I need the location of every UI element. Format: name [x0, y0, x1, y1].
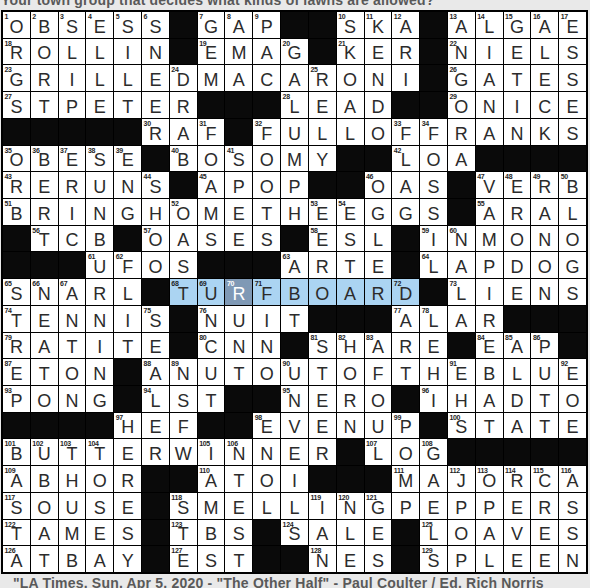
grid-cell[interactable]: N [337, 413, 364, 439]
grid-cell[interactable]: E [504, 546, 531, 572]
grid-cell[interactable]: V [281, 413, 308, 439]
grid-cell[interactable]: G [559, 252, 586, 278]
highlighted-word-cell[interactable]: O [309, 279, 336, 305]
grid-cell[interactable]: U [225, 306, 252, 332]
grid-cell[interactable]: S [253, 226, 280, 252]
grid-cell[interactable]: 74T [3, 306, 30, 332]
grid-cell[interactable]: B [31, 466, 58, 492]
grid-cell[interactable]: I [476, 39, 503, 65]
grid-cell[interactable]: T [225, 359, 252, 385]
grid-cell[interactable]: P [59, 92, 86, 118]
grid-cell[interactable]: N [253, 333, 280, 359]
grid-cell[interactable]: 2B [31, 12, 58, 38]
grid-cell[interactable]: S [114, 520, 141, 546]
grid-cell[interactable]: E [365, 39, 392, 65]
grid-cell[interactable]: R [476, 306, 503, 332]
grid-cell[interactable]: 34F [420, 119, 447, 145]
grid-cell[interactable]: 50B [559, 172, 586, 198]
grid-cell[interactable]: I [281, 466, 308, 492]
grid-cell[interactable]: O [253, 146, 280, 172]
grid-cell[interactable]: S [198, 226, 225, 252]
grid-cell[interactable]: O [531, 252, 558, 278]
grid-cell[interactable]: 58E [309, 226, 336, 252]
grid-cell[interactable]: C [59, 226, 86, 252]
grid-cell[interactable]: 41S [225, 146, 252, 172]
grid-cell[interactable]: 110A [198, 466, 225, 492]
grid-cell[interactable]: A [281, 65, 308, 91]
grid-cell[interactable]: 86P [531, 333, 558, 359]
grid-cell[interactable]: 93P [3, 386, 30, 412]
grid-cell[interactable]: S [170, 252, 197, 278]
grid-cell[interactable]: E [142, 333, 169, 359]
grid-cell[interactable]: 123T [170, 520, 197, 546]
grid-cell[interactable]: H [448, 386, 475, 412]
grid-cell[interactable]: U [86, 172, 113, 198]
highlighted-word-cell[interactable]: A [337, 279, 364, 305]
grid-cell[interactable]: E [504, 39, 531, 65]
grid-cell[interactable]: U [281, 119, 308, 145]
grid-cell[interactable]: 105I [198, 439, 225, 465]
grid-cell[interactable]: D [365, 92, 392, 118]
grid-cell[interactable]: U [59, 493, 86, 519]
grid-cell[interactable]: M [225, 39, 252, 65]
grid-cell[interactable]: O [31, 39, 58, 65]
grid-cell[interactable]: 3S [59, 12, 86, 38]
grid-cell[interactable]: 125L [420, 520, 447, 546]
grid-cell[interactable]: L [559, 199, 586, 225]
grid-cell[interactable]: 82H [337, 333, 364, 359]
grid-cell[interactable]: L [281, 493, 308, 519]
grid-cell[interactable]: 104T [86, 439, 113, 465]
grid-cell[interactable]: M [198, 65, 225, 91]
grid-cell[interactable]: U [365, 413, 392, 439]
grid-cell[interactable]: A [448, 252, 475, 278]
grid-cell[interactable]: T [281, 306, 308, 332]
grid-cell[interactable]: 20G [281, 39, 308, 65]
grid-cell[interactable]: E [559, 92, 586, 118]
grid-cell[interactable]: V [504, 520, 531, 546]
grid-cell[interactable]: 31F [198, 119, 225, 145]
grid-cell[interactable]: 12A [392, 12, 419, 38]
highlighted-word-cell[interactable]: 69U [198, 279, 225, 305]
grid-cell[interactable]: 11K [365, 12, 392, 38]
grid-cell[interactable]: 118S [170, 493, 197, 519]
grid-cell[interactable]: O [448, 520, 475, 546]
grid-cell[interactable]: S [365, 546, 392, 572]
grid-cell[interactable]: 102U [31, 439, 58, 465]
grid-cell[interactable]: 47V [476, 172, 503, 198]
grid-cell[interactable]: 55A [476, 199, 503, 225]
grid-cell[interactable]: 49R [531, 172, 558, 198]
grid-cell[interactable]: U [531, 359, 558, 385]
grid-cell[interactable]: 19E [198, 39, 225, 65]
grid-cell[interactable]: T [309, 359, 336, 385]
grid-cell[interactable]: S [559, 493, 586, 519]
grid-cell[interactable]: H [281, 199, 308, 225]
grid-cell[interactable]: A [225, 65, 252, 91]
grid-cell[interactable]: P [392, 493, 419, 519]
grid-cell[interactable]: T [198, 386, 225, 412]
grid-cell[interactable]: N [531, 226, 558, 252]
grid-cell[interactable]: 89N [170, 359, 197, 385]
grid-cell[interactable]: 52O [170, 199, 197, 225]
grid-cell[interactable]: 63A [281, 252, 308, 278]
grid-cell[interactable]: L [114, 279, 141, 305]
grid-cell[interactable]: S [559, 119, 586, 145]
grid-cell[interactable]: 79R [3, 333, 30, 359]
grid-cell[interactable]: 61U [86, 252, 113, 278]
grid-cell[interactable]: O [142, 252, 169, 278]
grid-cell[interactable]: E [225, 226, 252, 252]
grid-cell[interactable]: A [170, 119, 197, 145]
grid-cell[interactable]: A [476, 520, 503, 546]
grid-cell[interactable]: N [225, 333, 252, 359]
grid-cell[interactable]: I [476, 279, 503, 305]
grid-cell[interactable]: M [198, 199, 225, 225]
grid-cell[interactable]: L [337, 119, 364, 145]
grid-cell[interactable]: A [476, 386, 503, 412]
grid-cell[interactable]: E [225, 199, 252, 225]
grid-cell[interactable]: L [337, 520, 364, 546]
grid-cell[interactable]: 113O [476, 466, 503, 492]
grid-cell[interactable]: 37E [59, 146, 86, 172]
grid-cell[interactable]: 53E [309, 199, 336, 225]
grid-cell[interactable]: 54E [337, 199, 364, 225]
grid-cell[interactable]: R [337, 386, 364, 412]
grid-cell[interactable]: E [504, 493, 531, 519]
grid-cell[interactable]: E [309, 413, 336, 439]
grid-cell[interactable]: E [531, 520, 558, 546]
grid-cell[interactable]: P [448, 546, 475, 572]
grid-cell[interactable]: A [31, 333, 58, 359]
grid-cell[interactable]: 95N [281, 386, 308, 412]
grid-cell[interactable]: 66N [31, 279, 58, 305]
grid-cell[interactable]: E [559, 413, 586, 439]
grid-cell[interactable]: 35O [3, 146, 30, 172]
grid-cell[interactable]: T [253, 199, 280, 225]
grid-cell[interactable]: S [420, 199, 447, 225]
grid-cell[interactable]: 57O [142, 226, 169, 252]
grid-cell[interactable]: 77A [392, 306, 419, 332]
grid-cell[interactable]: A [531, 199, 558, 225]
grid-cell[interactable]: T [59, 333, 86, 359]
grid-cell[interactable]: A [504, 413, 531, 439]
grid-cell[interactable]: F [170, 413, 197, 439]
grid-cell[interactable]: 44S [142, 172, 169, 198]
highlighted-word-cell[interactable]: B [281, 279, 308, 305]
grid-cell[interactable]: S [198, 546, 225, 572]
grid-cell[interactable]: M [281, 146, 308, 172]
grid-cell[interactable]: 126A [3, 546, 30, 572]
grid-cell[interactable]: 30R [142, 119, 169, 145]
grid-cell[interactable]: 9P [253, 12, 280, 38]
grid-cell[interactable]: N [59, 306, 86, 332]
grid-cell[interactable]: 62F [114, 252, 141, 278]
grid-cell[interactable]: 8A [225, 12, 252, 38]
grid-cell[interactable]: O [86, 466, 113, 492]
grid-cell[interactable]: 5S [114, 12, 141, 38]
grid-cell[interactable]: N [142, 39, 169, 65]
grid-cell[interactable]: 22N [448, 39, 475, 65]
grid-cell[interactable]: A [476, 119, 503, 145]
grid-cell[interactable]: A [420, 466, 447, 492]
grid-cell[interactable]: 6S [142, 12, 169, 38]
grid-cell[interactable]: T [114, 333, 141, 359]
grid-cell[interactable]: 36B [31, 146, 58, 172]
grid-cell[interactable]: T [531, 386, 558, 412]
grid-cell[interactable]: 88A [142, 359, 169, 385]
grid-cell[interactable]: G [86, 386, 113, 412]
grid-cell[interactable]: 129S [420, 546, 447, 572]
grid-cell[interactable]: 29O [448, 92, 475, 118]
grid-cell[interactable]: E [142, 92, 169, 118]
grid-cell[interactable]: O [337, 65, 364, 91]
grid-cell[interactable]: 7G [198, 12, 225, 38]
grid-cell[interactable]: 28L [281, 92, 308, 118]
grid-cell[interactable]: 83A [365, 333, 392, 359]
grid-cell[interactable]: E [281, 439, 308, 465]
grid-cell[interactable]: R [142, 439, 169, 465]
grid-cell[interactable]: A [476, 65, 503, 91]
grid-cell[interactable]: R [531, 493, 558, 519]
grid-cell[interactable]: P [225, 172, 252, 198]
grid-cell[interactable]: R [31, 65, 58, 91]
grid-cell[interactable]: 10S [337, 12, 364, 38]
grid-cell[interactable]: E [86, 520, 113, 546]
grid-cell[interactable]: N [59, 386, 86, 412]
grid-cell[interactable]: N [531, 279, 558, 305]
grid-cell[interactable]: N [253, 439, 280, 465]
grid-cell[interactable]: E [142, 65, 169, 91]
grid-cell[interactable]: C [253, 65, 280, 91]
grid-cell[interactable]: O [559, 386, 586, 412]
grid-cell[interactable]: E [504, 279, 531, 305]
grid-cell[interactable]: O [253, 172, 280, 198]
grid-cell[interactable]: I [504, 92, 531, 118]
grid-cell[interactable]: A [309, 520, 336, 546]
grid-cell[interactable]: 17E [559, 12, 586, 38]
highlighted-word-cell[interactable]: 68T [170, 279, 197, 305]
grid-cell[interactable]: S [337, 226, 364, 252]
grid-cell[interactable]: S [559, 65, 586, 91]
grid-cell[interactable]: T [225, 466, 252, 492]
grid-cell[interactable]: 90U [281, 359, 308, 385]
grid-cell[interactable]: 18R [3, 39, 30, 65]
grid-cell[interactable]: 99P [392, 413, 419, 439]
grid-cell[interactable]: A [253, 39, 280, 65]
grid-cell[interactable]: 48E [504, 172, 531, 198]
grid-cell[interactable]: 115C [531, 466, 558, 492]
selected-cell[interactable]: 70R [225, 279, 252, 305]
grid-cell[interactable]: 119I [309, 493, 336, 519]
grid-cell[interactable]: 60N [448, 226, 475, 252]
grid-cell[interactable]: S [559, 279, 586, 305]
grid-cell[interactable]: 40B [170, 146, 197, 172]
grid-cell[interactable]: T [114, 92, 141, 118]
grid-cell[interactable]: P [448, 493, 475, 519]
grid-cell[interactable]: 98E [253, 413, 280, 439]
grid-cell[interactable]: 43R [3, 172, 30, 198]
grid-cell[interactable]: T [531, 413, 558, 439]
grid-cell[interactable]: H [142, 199, 169, 225]
grid-cell[interactable]: 45A [198, 172, 225, 198]
grid-cell[interactable]: Y [309, 146, 336, 172]
grid-cell[interactable]: 117S [3, 493, 30, 519]
grid-cell[interactable]: A [392, 172, 419, 198]
grid-cell[interactable]: 32F [253, 119, 280, 145]
grid-cell[interactable]: 107L [365, 439, 392, 465]
highlighted-word-cell[interactable]: 72D [392, 279, 419, 305]
grid-cell[interactable]: D [504, 252, 531, 278]
grid-cell[interactable]: 33F [392, 119, 419, 145]
grid-cell[interactable]: 108G [420, 439, 447, 465]
grid-cell[interactable]: 38S [86, 146, 113, 172]
grid-cell[interactable]: R [31, 199, 58, 225]
grid-cell[interactable]: A [31, 520, 58, 546]
grid-cell[interactable]: E [365, 520, 392, 546]
grid-cell[interactable]: O [504, 226, 531, 252]
grid-cell[interactable]: N [86, 306, 113, 332]
grid-cell[interactable]: E [337, 546, 364, 572]
grid-cell[interactable]: S [86, 493, 113, 519]
grid-cell[interactable]: E [142, 413, 169, 439]
grid-cell[interactable]: B [198, 520, 225, 546]
grid-cell[interactable]: R [448, 119, 475, 145]
grid-cell[interactable]: A [448, 146, 475, 172]
grid-cell[interactable]: 78L [420, 306, 447, 332]
grid-cell[interactable]: 106N [225, 439, 252, 465]
grid-cell[interactable]: O [337, 359, 364, 385]
grid-cell[interactable]: A [337, 92, 364, 118]
grid-cell[interactable]: N [365, 65, 392, 91]
grid-cell[interactable]: 100S [448, 413, 475, 439]
grid-cell[interactable]: L [86, 39, 113, 65]
grid-cell[interactable]: 80C [198, 333, 225, 359]
grid-cell[interactable]: 94L [142, 386, 169, 412]
grid-cell[interactable]: 97H [114, 413, 141, 439]
grid-cell[interactable]: L [86, 65, 113, 91]
grid-cell[interactable]: N [86, 359, 113, 385]
grid-cell[interactable]: O [365, 386, 392, 412]
grid-cell[interactable]: O [253, 359, 280, 385]
grid-cell[interactable]: E [531, 65, 558, 91]
grid-cell[interactable]: 14L [476, 12, 503, 38]
grid-cell[interactable]: 75S [142, 306, 169, 332]
grid-cell[interactable]: L [114, 65, 141, 91]
grid-cell[interactable]: L [531, 39, 558, 65]
grid-cell[interactable]: M [476, 226, 503, 252]
grid-cell[interactable]: I [59, 199, 86, 225]
grid-cell[interactable]: A [448, 306, 475, 332]
grid-cell[interactable]: 114R [504, 466, 531, 492]
grid-cell[interactable]: L [253, 493, 280, 519]
grid-cell[interactable]: 27S [3, 92, 30, 118]
grid-cell[interactable]: 128N [309, 546, 336, 572]
grid-cell[interactable]: U [198, 359, 225, 385]
grid-cell[interactable]: E [309, 386, 336, 412]
grid-cell[interactable]: Y [114, 546, 141, 572]
grid-cell[interactable]: 13A [448, 12, 475, 38]
grid-cell[interactable]: I [253, 306, 280, 332]
grid-cell[interactable]: T [225, 546, 252, 572]
grid-cell[interactable]: L [476, 546, 503, 572]
grid-cell[interactable]: 122T [3, 520, 30, 546]
grid-cell[interactable]: P [476, 493, 503, 519]
grid-cell[interactable]: L [365, 226, 392, 252]
grid-cell[interactable]: C [531, 92, 558, 118]
grid-cell[interactable]: 65S [3, 279, 30, 305]
grid-cell[interactable]: O [59, 359, 86, 385]
grid-cell[interactable]: B [59, 546, 86, 572]
grid-cell[interactable]: R [309, 439, 336, 465]
grid-cell[interactable]: 84E [476, 333, 503, 359]
grid-cell[interactable]: M [198, 493, 225, 519]
grid-cell[interactable]: 81S [309, 333, 336, 359]
grid-cell[interactable]: 59I [420, 226, 447, 252]
grid-cell[interactable]: 101B [3, 439, 30, 465]
grid-cell[interactable]: 1O [3, 12, 30, 38]
grid-cell[interactable]: 56T [31, 226, 58, 252]
grid-cell[interactable]: O [31, 493, 58, 519]
grid-cell[interactable]: 124S [281, 520, 308, 546]
grid-cell[interactable]: R [170, 92, 197, 118]
grid-cell[interactable]: 109A [3, 466, 30, 492]
grid-cell[interactable]: I [392, 65, 419, 91]
grid-cell[interactable]: I [114, 39, 141, 65]
grid-cell[interactable]: 120N [337, 493, 364, 519]
grid-cell[interactable]: S [420, 172, 447, 198]
grid-cell[interactable]: L [59, 39, 86, 65]
grid-cell[interactable]: E [531, 546, 558, 572]
grid-cell[interactable]: 39E [114, 146, 141, 172]
grid-cell[interactable]: 4E [86, 12, 113, 38]
grid-cell[interactable]: K [531, 119, 558, 145]
grid-cell[interactable]: W [170, 439, 197, 465]
grid-cell[interactable]: S [170, 386, 197, 412]
grid-cell[interactable]: T [337, 252, 364, 278]
grid-cell[interactable]: S [225, 520, 252, 546]
grid-cell[interactable]: 91E [448, 359, 475, 385]
grid-cell[interactable]: 25R [309, 65, 336, 91]
grid-cell[interactable]: 26G [448, 65, 475, 91]
grid-cell[interactable]: R [114, 466, 141, 492]
grid-cell[interactable]: G [392, 199, 419, 225]
grid-cell[interactable]: 21K [337, 39, 364, 65]
grid-cell[interactable]: 103T [59, 439, 86, 465]
grid-cell[interactable]: 15G [504, 12, 531, 38]
grid-cell[interactable]: E [86, 92, 113, 118]
grid-cell[interactable]: H [59, 466, 86, 492]
grid-cell[interactable]: N [504, 119, 531, 145]
grid-cell[interactable]: G [114, 199, 141, 225]
grid-cell[interactable]: 51B [3, 199, 30, 225]
grid-cell[interactable]: 64L [420, 252, 447, 278]
grid-cell[interactable]: S [559, 520, 586, 546]
grid-cell[interactable]: R [59, 172, 86, 198]
grid-cell[interactable]: T [476, 413, 503, 439]
grid-cell[interactable]: I [86, 333, 113, 359]
grid-cell[interactable]: 127E [170, 546, 197, 572]
grid-cell[interactable]: 87E [3, 359, 30, 385]
grid-cell[interactable]: A [170, 226, 197, 252]
grid-cell[interactable]: O [559, 226, 586, 252]
grid-cell[interactable]: T [392, 359, 419, 385]
grid-cell[interactable]: S [559, 39, 586, 65]
grid-cell[interactable]: 73L [448, 279, 475, 305]
grid-cell[interactable]: 23G [3, 65, 30, 91]
grid-cell[interactable]: 42L [392, 146, 419, 172]
grid-cell[interactable]: D [504, 386, 531, 412]
